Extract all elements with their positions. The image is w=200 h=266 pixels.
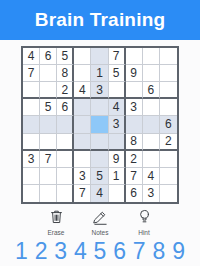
cell-r4c5[interactable] [91, 99, 108, 116]
cell-r8c1[interactable] [23, 168, 40, 185]
numpad-2[interactable]: 2 [35, 238, 48, 264]
cell-r2c3[interactable]: 8 [57, 65, 74, 82]
cell-r9c4[interactable]: 7 [74, 185, 91, 202]
board-container: 4657781592436564336823792351747463 [0, 46, 200, 204]
cell-r9c1[interactable] [23, 185, 40, 202]
cell-r6c1[interactable] [23, 134, 40, 151]
cell-r7c3[interactable] [57, 151, 74, 168]
cell-r1c6[interactable]: 7 [109, 48, 126, 65]
cell-r4c9[interactable] [160, 99, 177, 116]
toolbar: Erase Notes Hint [0, 204, 200, 236]
pencil-icon [92, 208, 109, 228]
notes-label: Notes [92, 229, 109, 236]
cell-r1c1[interactable]: 4 [23, 48, 40, 65]
cell-r4c8[interactable] [143, 99, 160, 116]
cell-r5c8[interactable] [143, 116, 160, 133]
cell-r7c8[interactable] [143, 151, 160, 168]
numpad-7[interactable]: 7 [133, 238, 146, 264]
cell-r9c8[interactable]: 3 [143, 185, 160, 202]
erase-label: Erase [48, 229, 65, 236]
numpad-6[interactable]: 6 [113, 238, 126, 264]
numpad-3[interactable]: 3 [54, 238, 67, 264]
cell-r1c3[interactable]: 5 [57, 48, 74, 65]
numpad-4[interactable]: 4 [74, 238, 87, 264]
cell-r5c5[interactable] [91, 116, 108, 133]
cell-r8c7[interactable]: 7 [126, 168, 143, 185]
cell-r5c9[interactable]: 6 [160, 116, 177, 133]
cell-r3c4[interactable]: 4 [74, 82, 91, 99]
notes-button[interactable]: Notes [84, 208, 116, 236]
numpad-5[interactable]: 5 [94, 238, 107, 264]
cell-r2c1[interactable]: 7 [23, 65, 40, 82]
cell-r7c5[interactable] [91, 151, 108, 168]
number-pad: 1 2 3 4 5 6 7 8 9 [0, 236, 200, 264]
cell-r9c7[interactable]: 6 [126, 185, 143, 202]
cell-r1c9[interactable] [160, 48, 177, 65]
cell-r1c7[interactable] [126, 48, 143, 65]
cell-r1c8[interactable] [143, 48, 160, 65]
cell-r3c3[interactable]: 2 [57, 82, 74, 99]
cell-r2c2[interactable] [40, 65, 57, 82]
cell-r4c3[interactable]: 6 [57, 99, 74, 116]
cell-r2c9[interactable] [160, 65, 177, 82]
cell-r9c6[interactable] [109, 185, 126, 202]
numpad-9[interactable]: 9 [172, 238, 185, 264]
cell-r3c6[interactable] [109, 82, 126, 99]
cell-r4c6[interactable]: 4 [109, 99, 126, 116]
cell-r3c7[interactable] [126, 82, 143, 99]
cell-r7c7[interactable]: 2 [126, 151, 143, 168]
cell-r8c6[interactable]: 1 [109, 168, 126, 185]
cell-r6c2[interactable] [40, 134, 57, 151]
cell-r8c9[interactable] [160, 168, 177, 185]
cell-r8c5[interactable]: 5 [91, 168, 108, 185]
cell-r7c9[interactable] [160, 151, 177, 168]
hint-button[interactable]: Hint [128, 208, 160, 236]
cell-r1c5[interactable] [91, 48, 108, 65]
cell-r7c4[interactable] [74, 151, 91, 168]
erase-button[interactable]: Erase [40, 208, 72, 236]
cell-r2c8[interactable] [143, 65, 160, 82]
cell-r6c5[interactable] [91, 134, 108, 151]
cell-r6c9[interactable]: 2 [160, 134, 177, 151]
cell-r5c2[interactable] [40, 116, 57, 133]
cell-r5c1[interactable] [23, 116, 40, 133]
trash-icon [48, 208, 65, 228]
cell-r2c5[interactable]: 1 [91, 65, 108, 82]
cell-r2c7[interactable]: 9 [126, 65, 143, 82]
cell-r1c2[interactable]: 6 [40, 48, 57, 65]
cell-r6c4[interactable] [74, 134, 91, 151]
cell-r6c6[interactable] [109, 134, 126, 151]
cell-r8c2[interactable] [40, 168, 57, 185]
cell-r2c4[interactable] [74, 65, 91, 82]
bulb-icon [136, 208, 153, 228]
cell-r3c2[interactable] [40, 82, 57, 99]
cell-r3c5[interactable]: 3 [91, 82, 108, 99]
cell-r2c6[interactable]: 5 [109, 65, 126, 82]
cell-r8c3[interactable] [57, 168, 74, 185]
cell-r6c8[interactable] [143, 134, 160, 151]
cell-r3c8[interactable]: 6 [143, 82, 160, 99]
cell-r5c4[interactable] [74, 116, 91, 133]
hint-label: Hint [138, 229, 150, 236]
cell-r9c9[interactable] [160, 185, 177, 202]
cell-r3c9[interactable] [160, 82, 177, 99]
sudoku-board: 4657781592436564336823792351747463 [21, 46, 179, 204]
cell-r4c4[interactable] [74, 99, 91, 116]
cell-r7c2[interactable]: 7 [40, 151, 57, 168]
cell-r4c7[interactable]: 3 [126, 99, 143, 116]
cell-r1c4[interactable] [74, 48, 91, 65]
page-title: Brain Training [35, 9, 166, 31]
cell-r7c1[interactable]: 3 [23, 151, 40, 168]
numpad-1[interactable]: 1 [15, 238, 28, 264]
cell-r5c3[interactable] [57, 116, 74, 133]
cell-r4c1[interactable] [23, 99, 40, 116]
cell-r8c8[interactable]: 4 [143, 168, 160, 185]
cell-r9c3[interactable] [57, 185, 74, 202]
cell-r4c2[interactable]: 5 [40, 99, 57, 116]
cell-r6c3[interactable] [57, 134, 74, 151]
cell-r8c4[interactable]: 3 [74, 168, 91, 185]
numpad-8[interactable]: 8 [152, 238, 165, 264]
cell-r6c7[interactable]: 8 [126, 134, 143, 151]
cell-r9c2[interactable] [40, 185, 57, 202]
cell-r7c6[interactable]: 9 [109, 151, 126, 168]
cell-r5c7[interactable] [126, 116, 143, 133]
cell-r5c6[interactable]: 3 [109, 116, 126, 133]
app-header: Brain Training [0, 0, 200, 40]
cell-r3c1[interactable] [23, 82, 40, 99]
cell-r9c5[interactable]: 4 [91, 185, 108, 202]
